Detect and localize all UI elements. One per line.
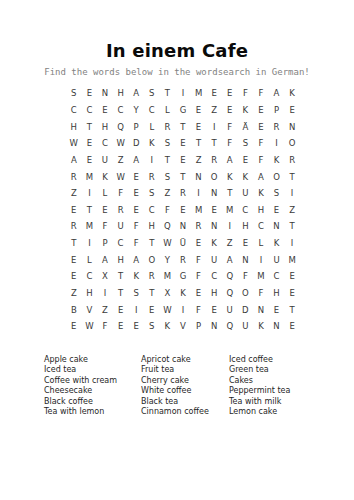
grid-cell-r12c8: G (175, 268, 191, 285)
grid-cell-r1c6: S (144, 85, 160, 102)
grid-cell-r11c5: A (128, 251, 144, 268)
grid-cell-r3c3: H (97, 118, 113, 135)
grid-cell-r1c7: T (160, 85, 176, 102)
grid-cell-r6c3: K (97, 168, 113, 185)
grid-cell-r11c2: L (82, 251, 98, 268)
grid-cell-r7c7: Z (160, 185, 176, 202)
grid-cell-r4c3: C (97, 135, 113, 152)
grid-cell-r11c3: A (97, 251, 113, 268)
grid-cell-r13c9: E (191, 285, 207, 302)
grid-cell-r7c5: E (128, 185, 144, 202)
grid-cell-r15c13: K (253, 318, 269, 335)
grid-cell-r2c13: E (253, 102, 269, 119)
grid-cell-r1c2: E (82, 85, 98, 102)
grid-cell-r10c11: Z (222, 235, 238, 252)
word-item: Green tea (229, 365, 290, 375)
grid-cell-r6c10: O (206, 168, 222, 185)
grid-cell-r6c7: S (160, 168, 176, 185)
grid-cell-r2c7: L (160, 102, 176, 119)
word-item: Black coffee (44, 397, 117, 407)
grid-cell-r11c15: M (284, 251, 300, 268)
grid-cell-r14c5: I (128, 301, 144, 318)
grid-cell-r4c10: T (206, 135, 222, 152)
grid-cell-r3c6: L (144, 118, 160, 135)
word-item: Apricot cake (141, 355, 209, 365)
grid-cell-r15c10: N (206, 318, 222, 335)
grid-cell-r2c9: E (191, 102, 207, 119)
grid-cell-r1c15: K (284, 85, 300, 102)
grid-cell-r15c8: V (175, 318, 191, 335)
grid-cell-r9c6: H (144, 218, 160, 235)
grid-cell-r7c8: R (175, 185, 191, 202)
grid-cell-r13c15: E (284, 285, 300, 302)
grid-cell-r9c1: R (66, 218, 82, 235)
grid-cell-r3c7: R (160, 118, 176, 135)
grid-cell-r8c5: E (128, 201, 144, 218)
grid-cell-r1c4: H (113, 85, 129, 102)
grid-cell-r14c8: I (175, 301, 191, 318)
grid-cell-r10c8: Ü (175, 235, 191, 252)
grid-cell-r2c15: E (284, 102, 300, 119)
grid-cell-r13c7: X (160, 285, 176, 302)
grid-cell-r5c11: A (222, 152, 238, 169)
grid-cell-r4c6: K (144, 135, 160, 152)
grid-cell-r11c7: Y (160, 251, 176, 268)
grid-cell-r5c15: R (284, 152, 300, 169)
grid-cell-r10c10: K (206, 235, 222, 252)
word-item: Tea with lemon (44, 407, 117, 417)
grid-cell-r2c12: K (238, 102, 254, 119)
grid-cell-r7c11: T (222, 185, 238, 202)
grid-cell-r6c12: K (238, 168, 254, 185)
grid-cell-r5c12: E (238, 152, 254, 169)
word-item: Lemon cake (229, 407, 290, 417)
grid-cell-r7c15: I (284, 185, 300, 202)
page-title: In einem Cafe (0, 40, 354, 61)
grid-cell-r9c7: Q (160, 218, 176, 235)
grid-cell-r3c11: F (222, 118, 238, 135)
grid-cell-r14c13: N (253, 301, 269, 318)
grid-cell-r10c4: C (113, 235, 129, 252)
grid-cell-r5c14: K (269, 152, 285, 169)
grid-cell-r11c11: A (222, 251, 238, 268)
grid-cell-r15c6: S (144, 318, 160, 335)
wordsearch-grid: SENHASTIMEEFFAKCCECYCLGEZEKEPEHTHQPLRTEI… (66, 85, 300, 335)
grid-cell-r10c2: I (82, 235, 98, 252)
grid-cell-r14c9: F (191, 301, 207, 318)
grid-cell-r7c9: I (191, 185, 207, 202)
grid-cell-r7c13: K (253, 185, 269, 202)
grid-cell-r6c13: A (253, 168, 269, 185)
grid-cell-r14c2: V (82, 301, 98, 318)
grid-cell-r3c14: R (269, 118, 285, 135)
grid-cell-r10c5: F (128, 235, 144, 252)
grid-cell-r9c13: C (253, 218, 269, 235)
grid-cell-r2c3: E (97, 102, 113, 119)
word-item: Cheesecake (44, 386, 117, 396)
grid-cell-r14c11: U (222, 301, 238, 318)
grid-cell-r1c11: E (222, 85, 238, 102)
word-item: Cakes (229, 376, 290, 386)
word-item: Tea with milk (229, 397, 290, 407)
grid-cell-r11c6: O (144, 251, 160, 268)
grid-cell-r5c13: F (253, 152, 269, 169)
grid-cell-r13c14: H (269, 285, 285, 302)
grid-cell-r7c1: Z (66, 185, 82, 202)
grid-cell-r15c15: E (284, 318, 300, 335)
word-item: Peppermint tea (229, 386, 290, 396)
grid-cell-r1c8: I (175, 85, 191, 102)
grid-cell-r9c2: M (82, 218, 98, 235)
grid-cell-r4c13: F (253, 135, 269, 152)
grid-cell-r8c9: M (191, 201, 207, 218)
grid-cell-r2c4: C (113, 102, 129, 119)
grid-cell-r5c1: A (66, 152, 82, 169)
grid-cell-r6c4: W (113, 168, 129, 185)
word-item: Cherry cake (141, 376, 209, 386)
grid-cell-r12c7: M (160, 268, 176, 285)
grid-cell-r12c12: F (238, 268, 254, 285)
grid-cell-r1c14: A (269, 85, 285, 102)
grid-cell-r4c12: S (238, 135, 254, 152)
grid-cell-r4c1: W (66, 135, 82, 152)
word-item: Apple cake (44, 355, 117, 365)
grid-cell-r12c6: R (144, 268, 160, 285)
grid-cell-r12c14: C (269, 268, 285, 285)
word-list-column-2: Apricot cakeFruit teaCherry cakeWhite co… (141, 355, 209, 418)
grid-cell-r2c5: Y (128, 102, 144, 119)
grid-cell-r13c11: Q (222, 285, 238, 302)
grid-cell-r5c10: R (206, 152, 222, 169)
grid-cell-r2c6: C (144, 102, 160, 119)
grid-cell-r8c7: F (160, 201, 176, 218)
word-item: Fruit tea (141, 365, 209, 375)
grid-cell-r9c3: F (97, 218, 113, 235)
grid-cell-r4c9: T (191, 135, 207, 152)
grid-cell-r1c10: E (206, 85, 222, 102)
grid-cell-r10c9: E (191, 235, 207, 252)
grid-cell-r2c1: C (66, 102, 82, 119)
grid-cell-r4c8: E (175, 135, 191, 152)
grid-cell-r1c1: S (66, 85, 82, 102)
grid-cell-r12c11: Q (222, 268, 238, 285)
word-list-column-1: Apple cakeIced teaCoffee with creamChees… (44, 355, 117, 418)
grid-cell-r1c3: N (97, 85, 113, 102)
grid-cell-r9c5: F (128, 218, 144, 235)
grid-cell-r14c15: T (284, 301, 300, 318)
grid-cell-r14c12: D (238, 301, 254, 318)
grid-cell-r15c12: U (238, 318, 254, 335)
grid-cell-r13c3: I (97, 285, 113, 302)
grid-cell-r9c14: N (269, 218, 285, 235)
grid-cell-r3c15: N (284, 118, 300, 135)
grid-cell-r14c7: W (160, 301, 176, 318)
grid-cell-r12c1: E (66, 268, 82, 285)
grid-cell-r6c2: M (82, 168, 98, 185)
grid-cell-r7c3: L (97, 185, 113, 202)
grid-cell-r14c1: B (66, 301, 82, 318)
grid-cell-r12c15: E (284, 268, 300, 285)
grid-cell-r7c2: I (82, 185, 98, 202)
grid-cell-r5c2: E (82, 152, 98, 169)
grid-cell-r15c14: N (269, 318, 285, 335)
grid-cell-r5c4: Z (113, 152, 129, 169)
grid-cell-r8c2: T (82, 201, 98, 218)
grid-cell-r14c3: Z (97, 301, 113, 318)
grid-cell-r4c2: E (82, 135, 98, 152)
grid-cell-r7c10: N (206, 185, 222, 202)
grid-cell-r8c15: Z (284, 201, 300, 218)
grid-cell-r13c13: F (253, 285, 269, 302)
grid-cell-r10c15: I (284, 235, 300, 252)
grid-cell-r10c13: L (253, 235, 269, 252)
grid-cell-r5c9: Z (191, 152, 207, 169)
grid-cell-r2c10: Z (206, 102, 222, 119)
grid-cell-r13c1: Z (66, 285, 82, 302)
grid-cell-r4c4: W (113, 135, 129, 152)
grid-cell-r6c1: R (66, 168, 82, 185)
grid-cell-r12c13: M (253, 268, 269, 285)
grid-cell-r11c14: U (269, 251, 285, 268)
grid-cell-r12c5: K (128, 268, 144, 285)
grid-cell-r11c10: U (206, 251, 222, 268)
grid-cell-r9c11: I (222, 218, 238, 235)
word-item: Iced tea (44, 365, 117, 375)
grid-cell-r7c12: U (238, 185, 254, 202)
grid-cell-r12c3: X (97, 268, 113, 285)
grid-cell-r10c1: T (66, 235, 82, 252)
grid-cell-r5c3: U (97, 152, 113, 169)
grid-cell-r15c3: F (97, 318, 113, 335)
grid-cell-r8c14: E (269, 201, 285, 218)
grid-cell-r7c6: S (144, 185, 160, 202)
grid-cell-r5c7: T (160, 152, 176, 169)
grid-cell-r3c12: Ä (238, 118, 254, 135)
grid-cell-r10c14: K (269, 235, 285, 252)
grid-cell-r2c8: G (175, 102, 191, 119)
grid-cell-r5c8: E (175, 152, 191, 169)
grid-cell-r3c5: P (128, 118, 144, 135)
worksheet-page: In einem Cafe Find the words below in th… (0, 0, 354, 500)
grid-cell-r8c11: M (222, 201, 238, 218)
grid-cell-r9c12: H (238, 218, 254, 235)
word-item: Coffee with cream (44, 376, 117, 386)
grid-cell-r2c11: E (222, 102, 238, 119)
grid-cell-r4c15: O (284, 135, 300, 152)
grid-cell-r11c4: H (113, 251, 129, 268)
grid-cell-r15c5: E (128, 318, 144, 335)
grid-cell-r8c4: R (113, 201, 129, 218)
grid-cell-r4c7: S (160, 135, 176, 152)
grid-cell-r8c13: H (253, 201, 269, 218)
grid-cell-r11c8: R (175, 251, 191, 268)
grid-cell-r9c8: N (175, 218, 191, 235)
grid-cell-r14c6: E (144, 301, 160, 318)
grid-cell-r9c15: T (284, 218, 300, 235)
grid-cell-r15c7: K (160, 318, 176, 335)
grid-cell-r4c5: D (128, 135, 144, 152)
grid-cell-r13c4: T (113, 285, 129, 302)
grid-cell-r10c3: P (97, 235, 113, 252)
grid-cell-r14c10: E (206, 301, 222, 318)
grid-cell-r12c4: T (113, 268, 129, 285)
grid-cell-r8c3: E (97, 201, 113, 218)
grid-cell-r1c5: A (128, 85, 144, 102)
grid-cell-r3c1: H (66, 118, 82, 135)
grid-cell-r15c9: P (191, 318, 207, 335)
grid-cell-r12c9: F (191, 268, 207, 285)
grid-cell-r8c10: E (206, 201, 222, 218)
word-item: White coffee (141, 386, 209, 396)
grid-cell-r8c6: C (144, 201, 160, 218)
grid-cell-r6c9: N (191, 168, 207, 185)
grid-cell-r10c7: W (160, 235, 176, 252)
word-item: Iced coffee (229, 355, 290, 365)
word-item: Black tea (141, 397, 209, 407)
grid-cell-r3c13: E (253, 118, 269, 135)
word-list-column-3: Iced coffeeGreen teaCakesPeppermint teaT… (229, 355, 290, 418)
grid-cell-r7c4: F (113, 185, 129, 202)
grid-cell-r15c1: E (66, 318, 82, 335)
grid-cell-r8c12: C (238, 201, 254, 218)
grid-cell-r4c11: F (222, 135, 238, 152)
word-item: Cinnamon coffee (141, 407, 209, 417)
grid-cell-r1c13: F (253, 85, 269, 102)
grid-cell-r15c11: Q (222, 318, 238, 335)
grid-cell-r6c11: K (222, 168, 238, 185)
grid-cell-r14c14: E (269, 301, 285, 318)
grid-cell-r8c8: E (175, 201, 191, 218)
grid-cell-r15c2: W (82, 318, 98, 335)
grid-cell-r11c9: F (191, 251, 207, 268)
grid-cell-r3c4: Q (113, 118, 129, 135)
grid-cell-r2c14: P (269, 102, 285, 119)
grid-cell-r6c14: O (269, 168, 285, 185)
grid-cell-r1c9: M (191, 85, 207, 102)
grid-cell-r3c8: T (175, 118, 191, 135)
grid-cell-r13c2: H (82, 285, 98, 302)
grid-cell-r13c6: T (144, 285, 160, 302)
grid-cell-r4c14: I (269, 135, 285, 152)
grid-cell-r14c4: E (113, 301, 129, 318)
grid-cell-r11c12: N (238, 251, 254, 268)
grid-cell-r15c4: E (113, 318, 129, 335)
grid-cell-r2c2: C (82, 102, 98, 119)
grid-cell-r5c5: A (128, 152, 144, 169)
grid-cell-r1c12: F (238, 85, 254, 102)
grid-cell-r12c10: C (206, 268, 222, 285)
grid-cell-r6c15: T (284, 168, 300, 185)
instructions-text: Find the words below in the wordsearch i… (0, 67, 354, 77)
grid-cell-r13c8: K (175, 285, 191, 302)
grid-cell-r10c12: E (238, 235, 254, 252)
grid-cell-r9c4: U (113, 218, 129, 235)
grid-cell-r7c14: S (269, 185, 285, 202)
grid-cell-r9c10: N (206, 218, 222, 235)
grid-cell-r6c5: E (128, 168, 144, 185)
grid-cell-r13c12: O (238, 285, 254, 302)
grid-cell-r3c10: I (206, 118, 222, 135)
grid-cell-r10c6: T (144, 235, 160, 252)
grid-cell-r11c1: E (66, 251, 82, 268)
grid-cell-r3c2: T (82, 118, 98, 135)
grid-cell-r6c8: T (175, 168, 191, 185)
grid-cell-r8c1: E (66, 201, 82, 218)
grid-cell-r13c5: S (128, 285, 144, 302)
grid-cell-r12c2: C (82, 268, 98, 285)
grid-cell-r11c13: I (253, 251, 269, 268)
grid-cell-r6c6: R (144, 168, 160, 185)
grid-cell-r13c10: H (206, 285, 222, 302)
grid-cell-r3c9: E (191, 118, 207, 135)
grid-cell-r5c6: I (144, 152, 160, 169)
grid-cell-r9c9: R (191, 218, 207, 235)
